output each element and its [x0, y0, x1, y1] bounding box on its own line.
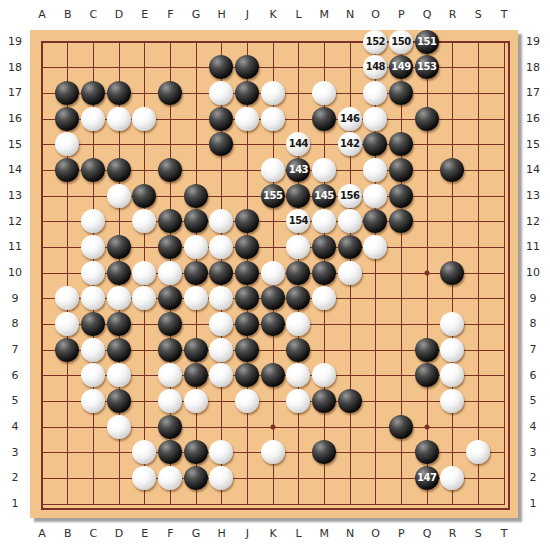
white-stone-B8	[55, 312, 79, 336]
white-stone-L6	[286, 363, 310, 387]
black-stone-F8	[158, 312, 182, 336]
coordinate-label: 11	[520, 240, 546, 254]
white-stone-R7	[440, 338, 464, 362]
white-stone-K14	[261, 158, 285, 182]
coordinate-label: B	[58, 527, 78, 541]
white-stone-C11	[81, 235, 105, 259]
coordinate-label: 19	[2, 35, 28, 49]
black-stone-H18	[209, 55, 233, 79]
coordinate-label: C	[83, 527, 103, 541]
white-stone-M9	[312, 286, 336, 310]
white-stone-H7	[209, 338, 233, 362]
coordinate-label: 15	[520, 138, 546, 152]
coordinate-label: L	[289, 8, 309, 22]
coordinate-label: 9	[520, 292, 546, 306]
coordinate-label: T	[494, 527, 514, 541]
white-stone-P19: 150	[389, 30, 413, 54]
move-number: 155	[263, 191, 282, 201]
coordinate-label: 2	[520, 471, 546, 485]
black-stone-D17	[107, 81, 131, 105]
coordinate-label: F	[160, 527, 180, 541]
white-stone-M12	[312, 209, 336, 233]
white-stone-N12	[338, 209, 362, 233]
coordinate-label: 18	[520, 61, 546, 75]
black-stone-M13: 145	[312, 184, 336, 208]
black-stone-Q18: 153	[415, 55, 439, 79]
coordinate-label: E	[135, 8, 155, 22]
black-stone-L13	[286, 184, 310, 208]
white-stone-N10	[338, 261, 362, 285]
white-stone-L11	[286, 235, 310, 259]
coordinate-label: 18	[2, 61, 28, 75]
coordinate-label: G	[186, 527, 206, 541]
black-stone-F11	[158, 235, 182, 259]
coordinate-label: D	[109, 8, 129, 22]
white-stone-S3	[466, 440, 490, 464]
black-stone-P12	[389, 209, 413, 233]
white-stone-M14	[312, 158, 336, 182]
coordinate-label: P	[391, 527, 411, 541]
move-number: 154	[289, 216, 308, 226]
black-stone-P18: 149	[389, 55, 413, 79]
white-stone-M17	[312, 81, 336, 105]
black-stone-B17	[55, 81, 79, 105]
coordinate-label: 1	[520, 497, 546, 511]
white-stone-J5	[235, 389, 259, 413]
white-stone-G9	[184, 286, 208, 310]
move-number: 150	[391, 37, 410, 47]
coordinate-label: T	[494, 8, 514, 22]
coordinate-label: E	[135, 527, 155, 541]
black-stone-P4	[389, 415, 413, 439]
white-stone-H2	[209, 466, 233, 490]
black-stone-F7	[158, 338, 182, 362]
black-stone-G13	[184, 184, 208, 208]
white-stone-H17	[209, 81, 233, 105]
black-stone-L14: 143	[286, 158, 310, 182]
black-stone-H15	[209, 132, 233, 156]
move-number: 149	[391, 62, 410, 72]
black-stone-L9	[286, 286, 310, 310]
black-stone-Q19: 151	[415, 30, 439, 54]
coordinate-label: 13	[520, 189, 546, 203]
black-stone-G6	[184, 363, 208, 387]
black-stone-P14	[389, 158, 413, 182]
black-stone-C8	[81, 312, 105, 336]
white-stone-H8	[209, 312, 233, 336]
black-stone-D14	[107, 158, 131, 182]
black-stone-G2	[184, 466, 208, 490]
black-stone-P13	[389, 184, 413, 208]
black-stone-F4	[158, 415, 182, 439]
black-stone-C14	[81, 158, 105, 182]
move-number: 146	[340, 114, 359, 124]
black-stone-J9	[235, 286, 259, 310]
black-stone-H10	[209, 261, 233, 285]
white-stone-H12	[209, 209, 233, 233]
coordinate-label: F	[160, 8, 180, 22]
coordinate-label: 14	[2, 163, 28, 177]
white-stone-K16	[261, 107, 285, 131]
white-stone-C16	[81, 107, 105, 131]
coordinate-label: 10	[520, 266, 546, 280]
white-stone-E16	[132, 107, 156, 131]
black-stone-G10	[184, 261, 208, 285]
coordinate-label: 3	[520, 446, 546, 460]
coordinate-label: 1	[2, 497, 28, 511]
coordinate-label: 19	[520, 35, 546, 49]
white-stone-D9	[107, 286, 131, 310]
white-stone-O11	[363, 235, 387, 259]
black-stone-B14	[55, 158, 79, 182]
coordinate-label: R	[443, 8, 463, 22]
coordinate-label: 10	[2, 266, 28, 280]
black-stone-K8	[261, 312, 285, 336]
coordinate-label: 16	[520, 112, 546, 126]
coordinate-label: M	[314, 8, 334, 22]
white-stone-H3	[209, 440, 233, 464]
black-stone-R10	[440, 261, 464, 285]
black-stone-J17	[235, 81, 259, 105]
white-stone-C12	[81, 209, 105, 233]
black-stone-M5	[312, 389, 336, 413]
white-stone-F10	[158, 261, 182, 285]
white-stone-N13: 156	[338, 184, 362, 208]
white-stone-R8	[440, 312, 464, 336]
coordinate-label: Q	[417, 527, 437, 541]
white-stone-K17	[261, 81, 285, 105]
coordinate-label: 2	[2, 471, 28, 485]
move-number: 143	[289, 165, 308, 175]
move-number: 145	[314, 191, 333, 201]
coordinate-label: A	[32, 527, 52, 541]
black-stone-B16	[55, 107, 79, 131]
coordinate-label: D	[109, 527, 129, 541]
black-stone-N11	[338, 235, 362, 259]
coordinate-label: 14	[520, 163, 546, 177]
black-stone-F9	[158, 286, 182, 310]
white-stone-J16	[235, 107, 259, 131]
coordinate-label: 16	[2, 112, 28, 126]
coordinate-label: J	[237, 527, 257, 541]
black-stone-E13	[132, 184, 156, 208]
white-stone-D4	[107, 415, 131, 439]
coordinate-label: R	[443, 527, 463, 541]
move-number: 148	[366, 62, 385, 72]
white-stone-D16	[107, 107, 131, 131]
black-stone-L10	[286, 261, 310, 285]
white-stone-F5	[158, 389, 182, 413]
coordinate-label: 6	[2, 369, 28, 383]
black-stone-N5	[338, 389, 362, 413]
black-stone-J18	[235, 55, 259, 79]
coordinate-label: 3	[2, 446, 28, 460]
black-stone-D5	[107, 389, 131, 413]
white-stone-N15: 142	[338, 132, 362, 156]
go-board: 1521501511481491531461441421431551451561…	[30, 30, 518, 518]
black-stone-D11	[107, 235, 131, 259]
white-stone-C5	[81, 389, 105, 413]
coordinate-label: B	[58, 8, 78, 22]
white-stone-L12: 154	[286, 209, 310, 233]
black-stone-G7	[184, 338, 208, 362]
white-stone-C10	[81, 261, 105, 285]
coordinate-label: 13	[2, 189, 28, 203]
black-stone-C17	[81, 81, 105, 105]
black-stone-J10	[235, 261, 259, 285]
white-stone-B9	[55, 286, 79, 310]
move-number: 152	[366, 37, 385, 47]
coordinate-label: P	[391, 8, 411, 22]
move-number: 147	[417, 473, 436, 483]
move-number: 144	[289, 139, 308, 149]
white-stone-C6	[81, 363, 105, 387]
white-stone-R6	[440, 363, 464, 387]
coordinate-label: L	[289, 527, 309, 541]
coordinate-label: H	[212, 527, 232, 541]
white-stone-C9	[81, 286, 105, 310]
coordinate-label: 12	[520, 215, 546, 229]
white-stone-E3	[132, 440, 156, 464]
stones-layer: 1521501511481491531461441421431551451561…	[29, 29, 516, 516]
black-stone-Q7	[415, 338, 439, 362]
coordinate-label: K	[263, 8, 283, 22]
black-stone-F17	[158, 81, 182, 105]
white-stone-R2	[440, 466, 464, 490]
white-stone-O16	[363, 107, 387, 131]
coordinate-label: 4	[2, 420, 28, 434]
black-stone-J7	[235, 338, 259, 362]
coordinate-label: 9	[2, 292, 28, 306]
black-stone-G3	[184, 440, 208, 464]
coordinate-label: A	[32, 8, 52, 22]
white-stone-O17	[363, 81, 387, 105]
white-stone-K10	[261, 261, 285, 285]
black-stone-J12	[235, 209, 259, 233]
black-stone-B7	[55, 338, 79, 362]
coordinate-label: H	[212, 8, 232, 22]
white-stone-H9	[209, 286, 233, 310]
coordinate-label: N	[340, 8, 360, 22]
white-stone-N16: 146	[338, 107, 362, 131]
black-stone-P15	[389, 132, 413, 156]
coordinate-label: C	[83, 8, 103, 22]
black-stone-D8	[107, 312, 131, 336]
coordinate-label: M	[314, 527, 334, 541]
white-stone-F6	[158, 363, 182, 387]
white-stone-C7	[81, 338, 105, 362]
black-stone-F12	[158, 209, 182, 233]
black-stone-G12	[184, 209, 208, 233]
coordinate-label: 7	[520, 343, 546, 357]
coordinate-label: 12	[2, 215, 28, 229]
white-stone-D13	[107, 184, 131, 208]
black-stone-Q6	[415, 363, 439, 387]
white-stone-M6	[312, 363, 336, 387]
black-stone-H16	[209, 107, 233, 131]
white-stone-R5	[440, 389, 464, 413]
black-stone-Q2: 147	[415, 466, 439, 490]
move-number: 142	[340, 139, 359, 149]
white-stone-O19: 152	[363, 30, 387, 54]
coordinate-label: 11	[2, 240, 28, 254]
black-stone-J8	[235, 312, 259, 336]
black-stone-D7	[107, 338, 131, 362]
black-stone-R14	[440, 158, 464, 182]
coordinate-label: K	[263, 527, 283, 541]
black-stone-M16	[312, 107, 336, 131]
coordinate-label: 5	[520, 394, 546, 408]
black-stone-M11	[312, 235, 336, 259]
black-stone-K13: 155	[261, 184, 285, 208]
coordinate-label: 17	[2, 86, 28, 100]
coordinate-label: 8	[520, 317, 546, 331]
coordinate-label: S	[468, 8, 488, 22]
black-stone-K9	[261, 286, 285, 310]
black-stone-F14	[158, 158, 182, 182]
coordinate-label: 17	[520, 86, 546, 100]
coordinate-label: O	[366, 8, 386, 22]
go-diagram: ABCDEFGHJKLMNOPQRST 19181716151413121110…	[0, 0, 550, 550]
black-stone-P17	[389, 81, 413, 105]
move-number: 156	[340, 191, 359, 201]
move-number: 151	[417, 37, 436, 47]
white-stone-O18: 148	[363, 55, 387, 79]
white-stone-F2	[158, 466, 182, 490]
white-stone-L5	[286, 389, 310, 413]
coordinate-label: S	[468, 527, 488, 541]
white-stone-O13	[363, 184, 387, 208]
black-stone-O12	[363, 209, 387, 233]
white-stone-G11	[184, 235, 208, 259]
white-stone-E9	[132, 286, 156, 310]
black-stone-Q16	[415, 107, 439, 131]
black-stone-O15	[363, 132, 387, 156]
coordinate-label: 5	[2, 394, 28, 408]
white-stone-E10	[132, 261, 156, 285]
black-stone-J6	[235, 363, 259, 387]
coordinate-label: J	[237, 8, 257, 22]
coordinate-label: N	[340, 527, 360, 541]
coordinate-label: G	[186, 8, 206, 22]
white-stone-L15: 144	[286, 132, 310, 156]
white-stone-E12	[132, 209, 156, 233]
white-stone-L8	[286, 312, 310, 336]
white-stone-E2	[132, 466, 156, 490]
coordinate-label: 6	[520, 369, 546, 383]
coordinate-label: 15	[2, 138, 28, 152]
black-stone-M10	[312, 261, 336, 285]
black-stone-J11	[235, 235, 259, 259]
coordinate-label: O	[366, 527, 386, 541]
white-stone-H11	[209, 235, 233, 259]
black-stone-K6	[261, 363, 285, 387]
coordinate-label: 7	[2, 343, 28, 357]
white-stone-B15	[55, 132, 79, 156]
coordinate-label: 8	[2, 317, 28, 331]
white-stone-G5	[184, 389, 208, 413]
black-stone-D10	[107, 261, 131, 285]
move-number: 153	[417, 62, 436, 72]
coordinate-label: Q	[417, 8, 437, 22]
white-stone-O14	[363, 158, 387, 182]
white-stone-H6	[209, 363, 233, 387]
white-stone-D6	[107, 363, 131, 387]
black-stone-L7	[286, 338, 310, 362]
coordinate-label: 4	[520, 420, 546, 434]
black-stone-Q3	[415, 440, 439, 464]
black-stone-M3	[312, 440, 336, 464]
white-stone-K3	[261, 440, 285, 464]
black-stone-F3	[158, 440, 182, 464]
